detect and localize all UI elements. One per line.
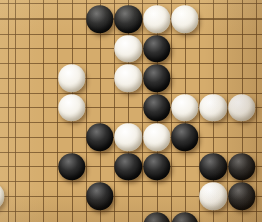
stone-black[interactable]	[86, 182, 114, 210]
stone-black[interactable]	[143, 153, 171, 181]
stone-black[interactable]	[115, 153, 143, 181]
stone-black[interactable]	[58, 153, 86, 181]
stone-white[interactable]	[115, 123, 143, 151]
stone-black[interactable]	[143, 35, 171, 63]
stone-black[interactable]	[171, 212, 199, 222]
stone-black[interactable]	[86, 123, 114, 151]
stone-white[interactable]	[143, 123, 171, 151]
stone-white[interactable]	[171, 94, 199, 122]
stone-white[interactable]	[0, 182, 4, 210]
go-game-screenshot	[0, 0, 262, 222]
stone-black[interactable]	[200, 153, 228, 181]
stone-white[interactable]	[171, 5, 199, 33]
stone-white[interactable]	[200, 94, 228, 122]
stone-white[interactable]	[115, 64, 143, 92]
stone-black[interactable]	[228, 153, 256, 181]
stone-black[interactable]	[86, 5, 114, 33]
stone-white[interactable]	[143, 5, 171, 33]
stone-white[interactable]	[58, 64, 86, 92]
stone-black[interactable]	[143, 94, 171, 122]
stone-black[interactable]	[171, 123, 199, 151]
stone-white[interactable]	[228, 94, 256, 122]
stone-white[interactable]	[58, 94, 86, 122]
stone-black[interactable]	[143, 64, 171, 92]
stone-black[interactable]	[143, 212, 171, 222]
stone-black[interactable]	[228, 182, 256, 210]
stone-black[interactable]	[115, 5, 143, 33]
go-board[interactable]	[0, 0, 262, 222]
stone-white[interactable]	[115, 35, 143, 63]
stone-white[interactable]	[200, 182, 228, 210]
